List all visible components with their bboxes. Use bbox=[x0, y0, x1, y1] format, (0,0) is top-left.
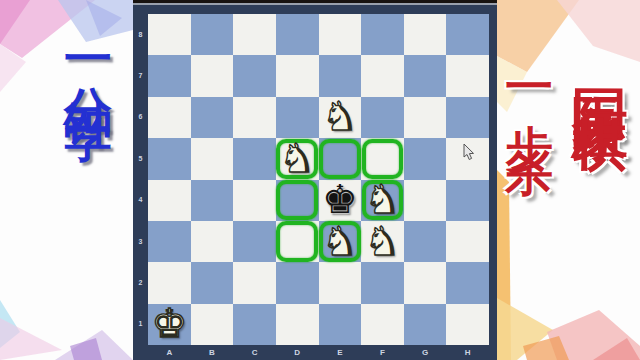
right-panel: 一步杀 国际象棋 bbox=[497, 0, 640, 360]
file-label-C: C bbox=[233, 348, 276, 357]
square-d6[interactable] bbox=[276, 97, 319, 138]
square-h1[interactable] bbox=[446, 304, 489, 345]
square-h8[interactable] bbox=[446, 14, 489, 55]
square-g6[interactable] bbox=[404, 97, 447, 138]
square-a8[interactable] bbox=[148, 14, 191, 55]
square-g7[interactable] bbox=[404, 55, 447, 96]
left-panel: 一分钟学 bbox=[0, 0, 133, 360]
square-b2[interactable] bbox=[191, 262, 234, 303]
square-a3[interactable] bbox=[148, 221, 191, 262]
square-b4[interactable] bbox=[191, 180, 234, 221]
white-knight-f3[interactable]: ♞ bbox=[361, 220, 404, 261]
square-h3[interactable] bbox=[446, 221, 489, 262]
square-b5[interactable] bbox=[191, 138, 234, 179]
white-king-a1[interactable]: ♚ bbox=[148, 303, 191, 344]
chess-board: ♚♞♞♞♞♞♚ bbox=[148, 14, 489, 345]
rank-label-5: 5 bbox=[133, 155, 148, 162]
square-a6[interactable] bbox=[148, 97, 191, 138]
square-b3[interactable] bbox=[191, 221, 234, 262]
square-g3[interactable] bbox=[404, 221, 447, 262]
white-knight-e6[interactable]: ♞ bbox=[319, 96, 362, 137]
square-d8[interactable] bbox=[276, 14, 319, 55]
square-c6[interactable] bbox=[233, 97, 276, 138]
rank-label-2: 2 bbox=[133, 279, 148, 286]
square-b8[interactable] bbox=[191, 14, 234, 55]
square-c3[interactable] bbox=[233, 221, 276, 262]
square-h4[interactable] bbox=[446, 180, 489, 221]
square-g2[interactable] bbox=[404, 262, 447, 303]
file-label-E: E bbox=[319, 348, 362, 357]
white-knight-d5[interactable]: ♞ bbox=[276, 137, 319, 178]
square-e2[interactable] bbox=[319, 262, 362, 303]
square-g8[interactable] bbox=[404, 14, 447, 55]
square-f7[interactable] bbox=[361, 55, 404, 96]
square-f8[interactable] bbox=[361, 14, 404, 55]
square-e1[interactable] bbox=[319, 304, 362, 345]
file-label-A: A bbox=[148, 348, 191, 357]
square-h7[interactable] bbox=[446, 55, 489, 96]
square-b7[interactable] bbox=[191, 55, 234, 96]
white-knight-f4[interactable]: ♞ bbox=[361, 179, 404, 220]
white-knight-e3[interactable]: ♞ bbox=[319, 220, 362, 261]
file-label-H: H bbox=[446, 348, 489, 357]
square-c8[interactable] bbox=[233, 14, 276, 55]
square-g5[interactable] bbox=[404, 138, 447, 179]
square-c4[interactable] bbox=[233, 180, 276, 221]
square-d2[interactable] bbox=[276, 262, 319, 303]
square-b6[interactable] bbox=[191, 97, 234, 138]
rank-label-6: 6 bbox=[133, 113, 148, 120]
highlight-f5 bbox=[362, 139, 404, 179]
rank-label-3: 3 bbox=[133, 238, 148, 245]
video-frame: 一分钟学 ♚♞♞♞♞♞♚ 87654321ABCDEFGH bbox=[0, 0, 640, 360]
right-caption-title: 国际象棋 bbox=[563, 44, 639, 80]
square-a4[interactable] bbox=[148, 180, 191, 221]
file-label-G: G bbox=[404, 348, 447, 357]
rank-label-8: 8 bbox=[133, 31, 148, 38]
left-caption: 一分钟学 bbox=[57, 34, 121, 90]
highlight-d3 bbox=[276, 221, 318, 261]
highlight-e5 bbox=[319, 139, 361, 179]
black-king-e4[interactable]: ♚ bbox=[319, 179, 362, 220]
square-c2[interactable] bbox=[233, 262, 276, 303]
square-c5[interactable] bbox=[233, 138, 276, 179]
rank-label-7: 7 bbox=[133, 72, 148, 79]
square-a2[interactable] bbox=[148, 262, 191, 303]
mouse-cursor-icon bbox=[463, 144, 475, 161]
square-f6[interactable] bbox=[361, 97, 404, 138]
file-label-F: F bbox=[361, 348, 404, 357]
square-e7[interactable] bbox=[319, 55, 362, 96]
board-frame: ♚♞♞♞♞♞♚ 87654321ABCDEFGH bbox=[133, 3, 497, 360]
highlight-d4 bbox=[276, 180, 318, 220]
rank-label-4: 4 bbox=[133, 196, 148, 203]
rank-label-1: 1 bbox=[133, 320, 148, 327]
file-label-B: B bbox=[191, 348, 234, 357]
square-f1[interactable] bbox=[361, 304, 404, 345]
square-e8[interactable] bbox=[319, 14, 362, 55]
square-g1[interactable] bbox=[404, 304, 447, 345]
square-b1[interactable] bbox=[191, 304, 234, 345]
square-a7[interactable] bbox=[148, 55, 191, 96]
square-d7[interactable] bbox=[276, 55, 319, 96]
square-d1[interactable] bbox=[276, 304, 319, 345]
file-label-D: D bbox=[276, 348, 319, 357]
square-a5[interactable] bbox=[148, 138, 191, 179]
square-h6[interactable] bbox=[446, 97, 489, 138]
square-f2[interactable] bbox=[361, 262, 404, 303]
square-c1[interactable] bbox=[233, 304, 276, 345]
square-g4[interactable] bbox=[404, 180, 447, 221]
square-h2[interactable] bbox=[446, 262, 489, 303]
right-caption-subtitle: 一步杀 bbox=[498, 62, 562, 134]
square-c7[interactable] bbox=[233, 55, 276, 96]
